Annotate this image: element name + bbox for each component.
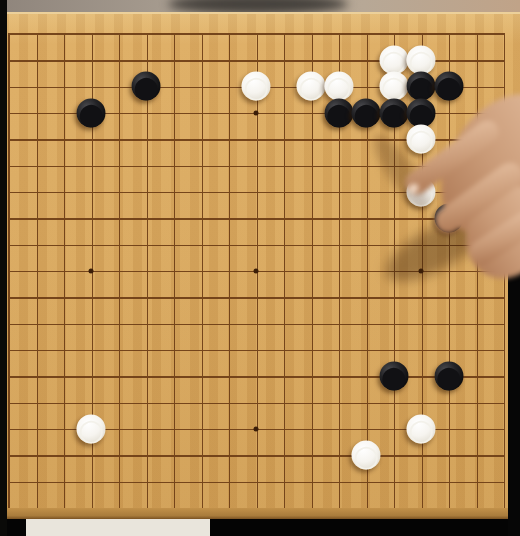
black-stone: ● <box>77 98 106 127</box>
stone-glyph: ○ <box>243 72 269 101</box>
white-stone: ○ <box>324 72 353 101</box>
stone-glyph: ● <box>326 98 352 127</box>
stone-glyph: ○ <box>298 72 324 101</box>
stone-glyph: ○ <box>408 46 434 75</box>
stone-glyph: ● <box>436 72 462 101</box>
black-stone: ● <box>132 72 161 101</box>
white-stone: ○ <box>407 414 436 443</box>
white-stone: ○ <box>407 46 436 75</box>
star-point <box>254 110 259 115</box>
stone-glyph: ○ <box>326 72 352 101</box>
left-edge-strip <box>0 0 7 536</box>
black-stone: ● <box>407 98 436 127</box>
stone-glyph: ● <box>408 72 434 101</box>
white-stone: ○ <box>379 46 408 75</box>
stone-glyph: ○ <box>78 414 104 443</box>
stone-glyph: ● <box>408 98 434 127</box>
board-front-edge <box>0 508 520 519</box>
star-point <box>89 268 94 273</box>
white-stone: ○ <box>407 125 436 154</box>
stone-glyph: ○ <box>408 125 434 154</box>
stone-glyph: ● <box>436 361 462 390</box>
stone-glyph: ○ <box>381 46 407 75</box>
stone-glyph: ● <box>133 72 159 101</box>
stone-glyph: ● <box>353 98 379 127</box>
stone-glyph: ● <box>381 361 407 390</box>
stone-glyph: ○ <box>381 72 407 101</box>
black-stone: ● <box>352 98 381 127</box>
white-stone: ○ <box>242 72 271 101</box>
black-stone: ● <box>407 72 436 101</box>
black-stone: ● <box>379 98 408 127</box>
stone-glyph: ● <box>78 98 104 127</box>
stone-glyph: ○ <box>353 440 379 469</box>
white-stone: ○ <box>297 72 326 101</box>
stone-glyph: ○ <box>408 414 434 443</box>
white-stone: ○ <box>379 72 408 101</box>
video-frame[interactable]: ○○●○○○○●●●●●●●○○●●●○○○ <box>0 0 520 536</box>
table-surface <box>26 519 210 536</box>
star-point <box>254 426 259 431</box>
white-stone: ○ <box>77 414 106 443</box>
black-stone: ● <box>434 361 463 390</box>
black-stone: ● <box>324 98 353 127</box>
black-stone: ● <box>434 72 463 101</box>
black-stone: ● <box>379 361 408 390</box>
white-stone: ○ <box>352 440 381 469</box>
star-point <box>254 268 259 273</box>
right-edge-strip <box>508 256 520 536</box>
stone-glyph: ● <box>381 98 407 127</box>
